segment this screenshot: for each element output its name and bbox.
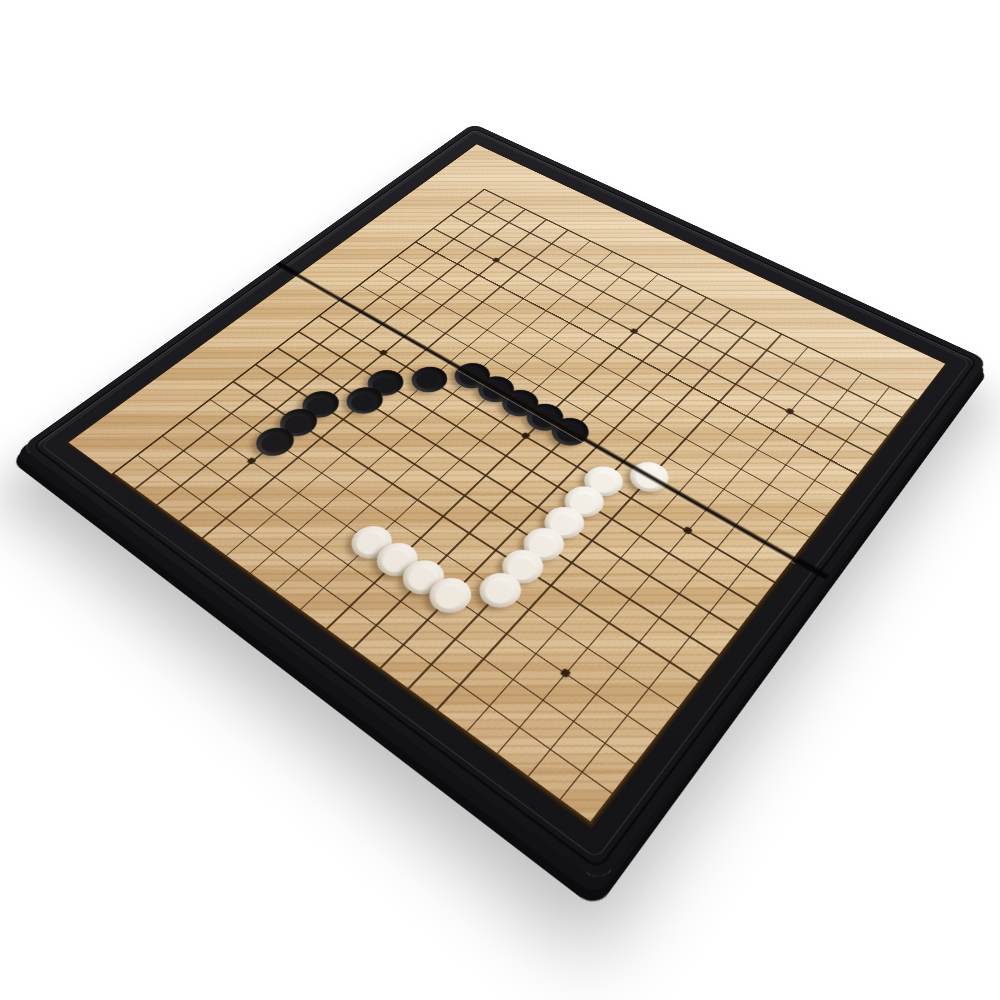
hinge-notch-left — [275, 261, 301, 276]
board-perspective-wrapper: ●●●●●●●●●●●●●●●●●●●●●● — [176, 58, 864, 746]
intersections: ●●●●●●●●●●●●●●●●●●●●●● — [88, 177, 939, 853]
product-photo-scene: ●●●●●●●●●●●●●●●●●●●●●● — [0, 0, 1000, 1000]
go-board: ●●●●●●●●●●●●●●●●●●●●●● — [21, 123, 988, 884]
board-surface: ●●●●●●●●●●●●●●●●●●●●●● — [66, 143, 948, 829]
